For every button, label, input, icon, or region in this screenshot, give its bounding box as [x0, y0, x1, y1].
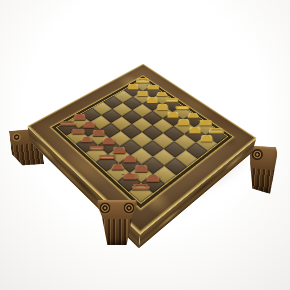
copper-rook-glyph: ♜	[128, 164, 155, 194]
piece-copper-rook: ♜	[132, 184, 149, 201]
product-photo: ♜♞♝♛♚♝♞♜♟♟♟♟♟♟♟♟♟♟♟♟♟♟♟♟♜♞♝♛♚♝♞♜	[0, 0, 290, 290]
square-h7: ♟	[196, 135, 218, 151]
gold-pawn-glyph: ♟	[198, 125, 215, 144]
board-marble-frame: ♜♞♝♛♚♝♞♜♟♟♟♟♟♟♟♟♟♟♟♟♟♟♟♟♜♞♝♛♚♝♞♜	[28, 64, 257, 234]
square-h1: ♜	[129, 183, 153, 203]
board-scene: ♜♞♝♛♚♝♞♜♟♟♟♟♟♟♟♟♟♟♟♟♟♟♟♟♜♞♝♛♚♝♞♜	[0, 0, 290, 290]
chess-board: ♜♞♝♛♚♝♞♜♟♟♟♟♟♟♟♟♟♟♟♟♟♟♟♟♜♞♝♛♚♝♞♜	[28, 64, 257, 234]
square-e5	[142, 125, 163, 140]
